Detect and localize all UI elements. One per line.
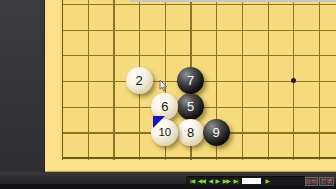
stone-move-2-D4: 2	[126, 67, 153, 94]
last-button[interactable]: ▶|	[233, 178, 237, 184]
stone-move-8-F2: 8	[177, 119, 204, 146]
navigation-controls: |◀◀◀◀▶▶▶▶| ▶	[186, 176, 306, 185]
top-edge-strip	[130, 0, 336, 2]
stone-number: 6	[161, 99, 168, 112]
toolbar-button-kifu[interactable]: 打谱	[319, 177, 334, 186]
stone-move-5-F3: 5	[177, 93, 204, 120]
go-viewer-window: 25678910 |◀◀◀◀▶▶▶▶| ▶ 自动 打谱	[0, 0, 336, 189]
board-left-edge-line	[62, 0, 64, 160]
forward-button[interactable]: ▶	[216, 178, 220, 184]
left-panel	[0, 0, 45, 173]
go-board[interactable]: 25678910	[45, 0, 336, 173]
last-move-marker	[153, 116, 165, 128]
stone-number: 2	[135, 74, 142, 87]
fast-back-button[interactable]: ◀◀	[198, 178, 205, 184]
toolbar-button-auto[interactable]: 自动	[305, 177, 319, 186]
play-button[interactable]: ▶	[266, 178, 270, 184]
stone-move-7-F4: 7	[177, 67, 204, 94]
fast-forward-button[interactable]: ▶▶	[223, 178, 230, 184]
stone-number: 9	[213, 125, 220, 138]
board-bottom-edge-line	[62, 157, 336, 159]
stone-number: 5	[187, 99, 194, 112]
stone-move-9-G2: 9	[203, 119, 230, 146]
back-button[interactable]: ◀	[208, 178, 212, 184]
stone-number: 7	[187, 74, 194, 87]
hoshi-point-K4	[291, 78, 296, 83]
first-button[interactable]: |◀	[190, 178, 194, 184]
stone-number: 8	[187, 125, 194, 138]
mouse-cursor	[159, 80, 168, 92]
move-number-input[interactable]	[242, 178, 261, 185]
